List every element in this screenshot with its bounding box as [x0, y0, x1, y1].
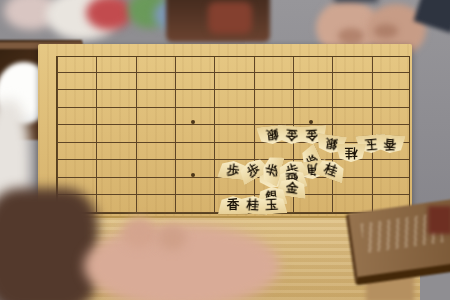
player-finger [122, 218, 156, 248]
spectator-sleeve [334, 0, 378, 2]
spectator-fingers [374, 24, 398, 38]
piece-kanji: 玉 [266, 196, 279, 215]
furniture-red-wood [428, 206, 450, 234]
piece-kanji: 香 [383, 134, 397, 153]
piece-kanji: 銀 [265, 125, 279, 144]
cabinet-red-panel [208, 2, 252, 34]
piece-kanji: 香 [227, 196, 240, 214]
player-finger [158, 226, 186, 250]
piece-kanji: 桂 [322, 160, 340, 181]
shogi-piece-gote-香[interactable]: 香 [375, 134, 406, 154]
shogi-piece-gote-桂[interactable]: 桂 [336, 144, 366, 162]
piece-kanji: 銀 [324, 134, 339, 154]
shopping-bag-red [86, 0, 132, 30]
piece-kanji: 桂 [246, 196, 260, 215]
piece-kanji: 歩 [226, 161, 240, 180]
piece-kanji: 桂 [345, 144, 358, 162]
player-arm [0, 188, 98, 300]
board-surface[interactable]: 銀金金銀玉香桂歩角と歩歩歩歩桂飛金銀香桂玉 [38, 44, 412, 216]
piece-layer: 銀金金銀玉香桂歩角と歩歩歩歩桂飛金銀香桂玉 [56, 56, 410, 214]
photo-scene: 銀金金銀玉香桂歩角と歩歩歩歩桂飛金銀香桂玉 [0, 0, 450, 300]
piece-kanji: 歩 [262, 162, 283, 179]
piece-kanji: 玉 [364, 134, 378, 153]
piece-kanji: 金 [305, 126, 319, 145]
